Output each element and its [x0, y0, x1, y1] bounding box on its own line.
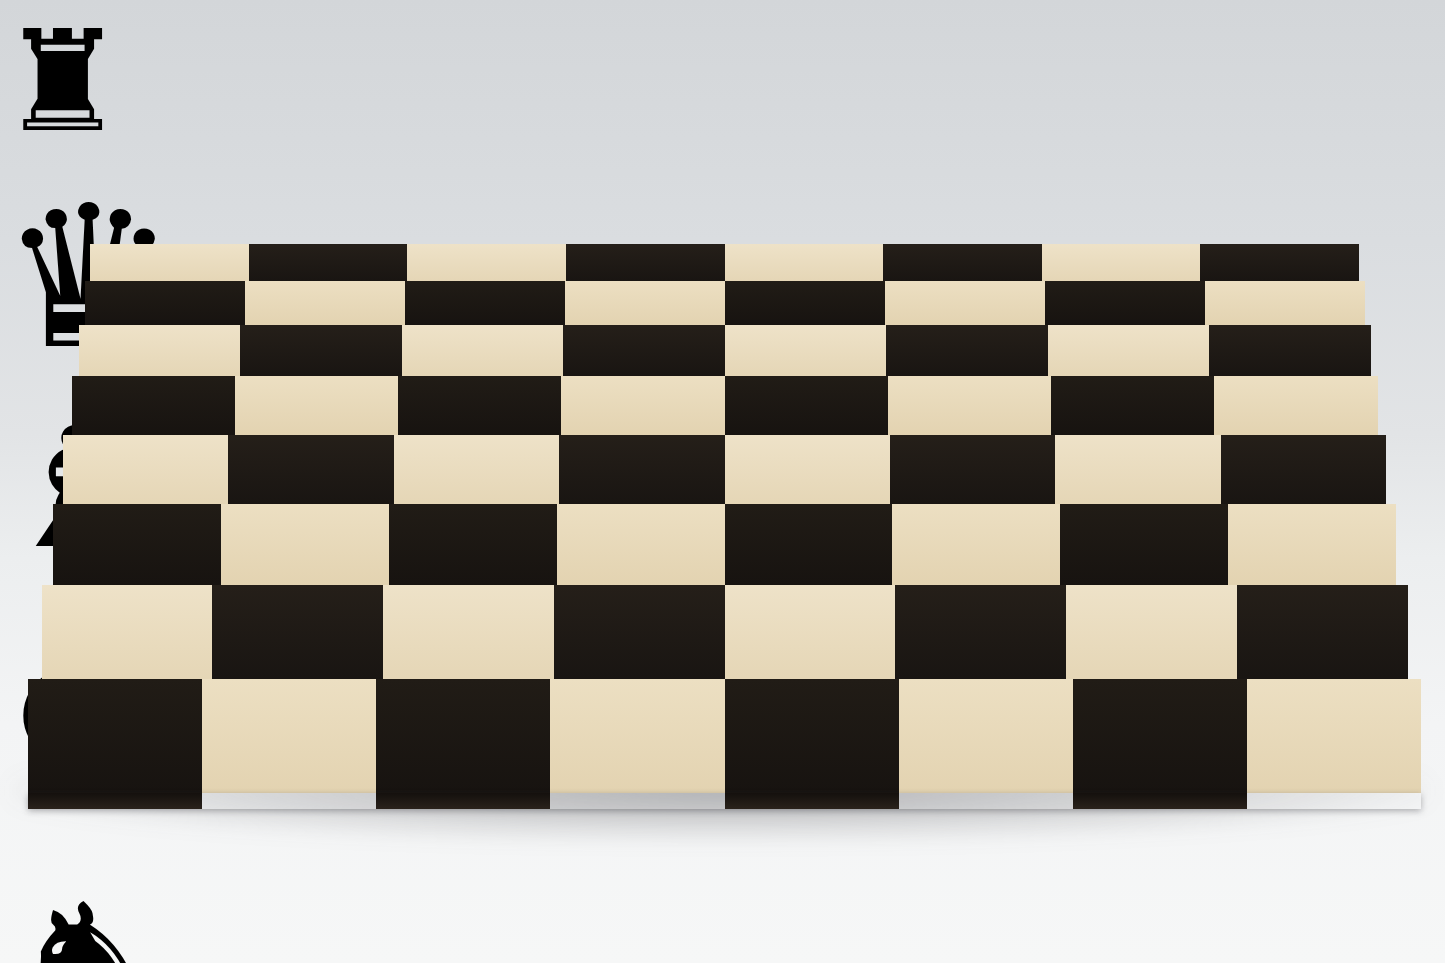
square-h5: [550, 679, 724, 793]
square-b2: [1045, 281, 1205, 325]
board-edge-segment-h4: [725, 793, 899, 809]
square-b7: [245, 281, 405, 325]
square-g8: [42, 585, 213, 679]
square-c5: [563, 325, 725, 376]
square-a3: [883, 244, 1042, 281]
square-f1: [1228, 504, 1396, 585]
square-e6: [394, 435, 559, 504]
square-g3: [895, 585, 1066, 679]
square-a5: [566, 244, 725, 281]
chess-board: [28, 244, 1421, 793]
square-e3: [890, 435, 1055, 504]
board-file-row-d: [72, 376, 1378, 435]
square-d1: [1214, 376, 1377, 435]
square-g5: [554, 585, 725, 679]
square-h6: [376, 679, 550, 793]
square-d5: [561, 376, 724, 435]
board-file-row-g: [42, 585, 1408, 679]
board-edge-segment-h5: [550, 793, 724, 809]
black-knight-glyph: ♞: [0, 861, 179, 963]
square-f7: [221, 504, 389, 585]
square-c2: [1048, 325, 1210, 376]
square-g6: [383, 585, 554, 679]
square-f5: [557, 504, 725, 585]
board-front-edge: [28, 793, 1421, 809]
square-b4: [725, 281, 885, 325]
square-a8: [90, 244, 249, 281]
square-f6: [389, 504, 557, 585]
square-g7: [212, 585, 383, 679]
square-b6: [405, 281, 565, 325]
square-c1: [1209, 325, 1371, 376]
board-edge-segment-h1: [1247, 793, 1421, 809]
board-edge-segment-h7: [202, 793, 376, 809]
square-a4: [725, 244, 884, 281]
square-h4: [725, 679, 899, 793]
square-b5: [565, 281, 725, 325]
square-f8: [53, 504, 221, 585]
square-g4: [725, 585, 896, 679]
square-a1: [1200, 244, 1359, 281]
square-e7: [228, 435, 393, 504]
black-rook-a8: ♜: [0, 0, 1445, 163]
square-d6: [398, 376, 561, 435]
board-file-row-b: [85, 281, 1365, 325]
black-knight-g8: ♞: [0, 861, 1445, 963]
black-rook-glyph: ♜: [0, 0, 126, 163]
square-d4: [725, 376, 888, 435]
square-d7: [235, 376, 398, 435]
board-edge-segment-h2: [1073, 793, 1247, 809]
square-h2: [1073, 679, 1247, 793]
square-d8: [72, 376, 235, 435]
square-d2: [1051, 376, 1214, 435]
board-file-row-f: [53, 504, 1396, 585]
square-e2: [1055, 435, 1220, 504]
square-f2: [1060, 504, 1228, 585]
square-f3: [892, 504, 1060, 585]
square-h8: [28, 679, 202, 793]
square-f4: [725, 504, 893, 585]
square-e8: [63, 435, 228, 504]
board-file-row-a: [90, 244, 1359, 281]
square-c8: [79, 325, 241, 376]
board-edge-segment-h6: [376, 793, 550, 809]
square-e1: [1221, 435, 1386, 504]
square-b8: [85, 281, 245, 325]
square-e4: [725, 435, 890, 504]
square-b1: [1205, 281, 1365, 325]
square-h1: [1247, 679, 1421, 793]
square-a2: [1042, 244, 1201, 281]
square-c4: [725, 325, 887, 376]
square-g1: [1237, 585, 1408, 679]
square-h3: [899, 679, 1073, 793]
square-c3: [886, 325, 1048, 376]
square-d3: [888, 376, 1051, 435]
square-e5: [559, 435, 724, 504]
square-c6: [402, 325, 564, 376]
square-c7: [240, 325, 402, 376]
square-a7: [249, 244, 408, 281]
square-a6: [407, 244, 566, 281]
board-file-row-e: [63, 435, 1386, 504]
square-h7: [202, 679, 376, 793]
board-edge-segment-h3: [899, 793, 1073, 809]
board-edge-segment-h8: [28, 793, 202, 809]
square-b3: [885, 281, 1045, 325]
square-g2: [1066, 585, 1237, 679]
chess-photo-scene: ♜♛♝♚♞♜♟♟♟♟♟♟♟♞♟♟♞♞♟♟♟♟♟♟♟♜♛♚♝♜ CHESSBAZA…: [0, 0, 1445, 963]
board-file-row-c: [79, 325, 1371, 376]
board-file-row-h: [28, 679, 1421, 793]
